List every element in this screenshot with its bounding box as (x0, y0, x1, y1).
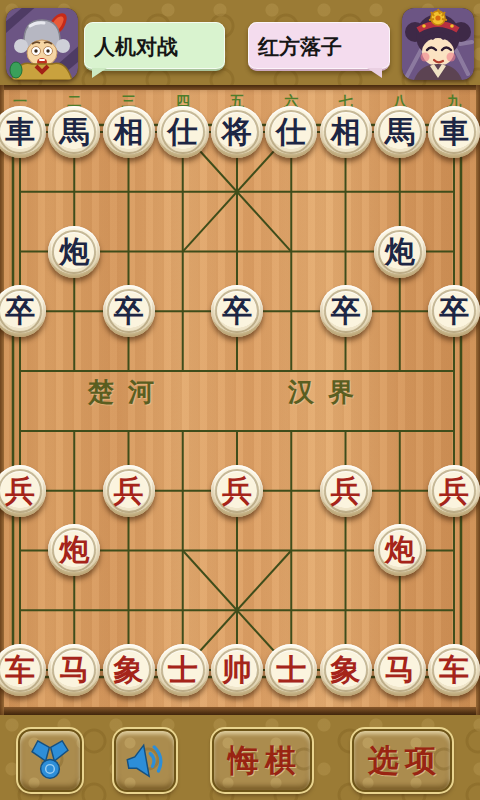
left-player-avatar[interactable] (6, 8, 78, 80)
piece-black-仕-f4r0[interactable]: 仕 (157, 106, 209, 158)
piece-glyph: 車 (5, 117, 35, 147)
piece-black-卒-f9r3[interactable]: 卒 (428, 285, 480, 337)
piece-red-象-f7r9[interactable]: 象 (320, 644, 372, 696)
piece-glyph: 象 (331, 655, 361, 685)
board-frame-top (0, 85, 480, 90)
piece-red-兵-f7r6[interactable]: 兵 (320, 465, 372, 517)
piece-glyph: 炮 (59, 237, 89, 267)
piece-glyph: 炮 (385, 237, 415, 267)
top-bar: 人机对战 红方落子 (0, 0, 480, 85)
undo-button[interactable]: 悔棋 (212, 729, 312, 792)
piece-red-兵-f5r6[interactable]: 兵 (211, 465, 263, 517)
river-label-chu-he: 楚河 (88, 375, 168, 410)
piece-glyph: 仕 (168, 117, 198, 147)
piece-glyph: 马 (59, 655, 89, 685)
piece-red-马-f2r9[interactable]: 马 (48, 644, 100, 696)
xiangqi-app: 人机对战 红方落子 (0, 0, 480, 800)
sound-button[interactable] (114, 729, 176, 792)
piece-glyph: 象 (114, 655, 144, 685)
piece-red-兵-f3r6[interactable]: 兵 (103, 465, 155, 517)
piece-glyph: 兵 (5, 476, 35, 506)
bottom-toolbar: 悔棋 选项 (0, 715, 480, 800)
piece-glyph: 馬 (385, 117, 415, 147)
piece-glyph: 马 (385, 655, 415, 685)
piece-red-兵-f9r6[interactable]: 兵 (428, 465, 480, 517)
turn-indicator-bubble: 红方落子 (248, 22, 390, 71)
options-button-label: 选项 (362, 745, 442, 776)
piece-glyph: 炮 (59, 535, 89, 565)
knight-avatar-icon (6, 8, 78, 80)
piece-glyph: 兵 (331, 476, 361, 506)
piece-black-卒-f3r3[interactable]: 卒 (103, 285, 155, 337)
river-label-han-jie: 汉界 (288, 375, 368, 410)
game-mode-label: 人机对战 (94, 35, 178, 58)
piece-black-炮-f2r2[interactable]: 炮 (48, 226, 100, 278)
piece-glyph: 兵 (439, 476, 469, 506)
speaker-icon (122, 738, 168, 784)
piece-glyph: 卒 (439, 296, 469, 326)
piece-glyph: 士 (168, 655, 198, 685)
piece-black-馬-f8r0[interactable]: 馬 (374, 106, 426, 158)
piece-black-馬-f2r0[interactable]: 馬 (48, 106, 100, 158)
turn-bubble-tail (367, 68, 382, 78)
piece-red-士-f6r9[interactable]: 士 (265, 644, 317, 696)
piece-glyph: 相 (114, 117, 144, 147)
piece-glyph: 馬 (59, 117, 89, 147)
medal-button[interactable] (18, 729, 82, 792)
piece-black-仕-f6r0[interactable]: 仕 (265, 106, 317, 158)
piece-glyph: 車 (439, 117, 469, 147)
piece-black-炮-f8r2[interactable]: 炮 (374, 226, 426, 278)
piece-red-马-f8r9[interactable]: 马 (374, 644, 426, 696)
piece-glyph: 帅 (222, 655, 252, 685)
game-mode-bubble: 人机对战 (84, 22, 225, 71)
piece-glyph: 卒 (5, 296, 35, 326)
piece-glyph: 炮 (385, 535, 415, 565)
piece-glyph: 兵 (222, 476, 252, 506)
piece-glyph: 士 (276, 655, 306, 685)
piece-glyph: 仕 (276, 117, 306, 147)
piece-glyph: 相 (331, 117, 361, 147)
turn-indicator-label: 红方落子 (258, 35, 342, 58)
piece-black-車-f9r0[interactable]: 車 (428, 106, 480, 158)
piece-glyph: 车 (439, 655, 469, 685)
piece-glyph: 将 (222, 117, 252, 147)
mode-bubble-tail (92, 68, 107, 78)
piece-red-士-f4r9[interactable]: 士 (157, 644, 209, 696)
piece-black-相-f3r0[interactable]: 相 (103, 106, 155, 158)
princess-avatar-icon (402, 8, 474, 80)
piece-red-炮-f8r7[interactable]: 炮 (374, 524, 426, 576)
piece-glyph: 卒 (222, 296, 252, 326)
medal-icon (27, 738, 73, 784)
piece-glyph: 车 (5, 655, 35, 685)
board-grid-lines (0, 85, 480, 715)
piece-red-车-f9r9[interactable]: 车 (428, 644, 480, 696)
undo-button-label: 悔棋 (222, 745, 302, 776)
xiangqi-board[interactable]: 一二三四五六七八九 楚河 汉界 車 馬 相 仕 将 仕 相 馬 車 (0, 85, 480, 715)
piece-glyph: 卒 (331, 296, 361, 326)
right-player-avatar[interactable] (402, 8, 474, 80)
piece-glyph: 兵 (114, 476, 144, 506)
piece-black-相-f7r0[interactable]: 相 (320, 106, 372, 158)
board-frame-right (476, 85, 480, 715)
options-button[interactable]: 选项 (352, 729, 452, 792)
piece-black-将-f5r0[interactable]: 将 (211, 106, 263, 158)
piece-black-卒-f5r3[interactable]: 卒 (211, 285, 263, 337)
board-frame-bottom (0, 707, 480, 715)
piece-black-卒-f7r3[interactable]: 卒 (320, 285, 372, 337)
board-frame-left (0, 85, 4, 715)
piece-red-象-f3r9[interactable]: 象 (103, 644, 155, 696)
piece-red-帅-f5r9[interactable]: 帅 (211, 644, 263, 696)
piece-glyph: 卒 (114, 296, 144, 326)
